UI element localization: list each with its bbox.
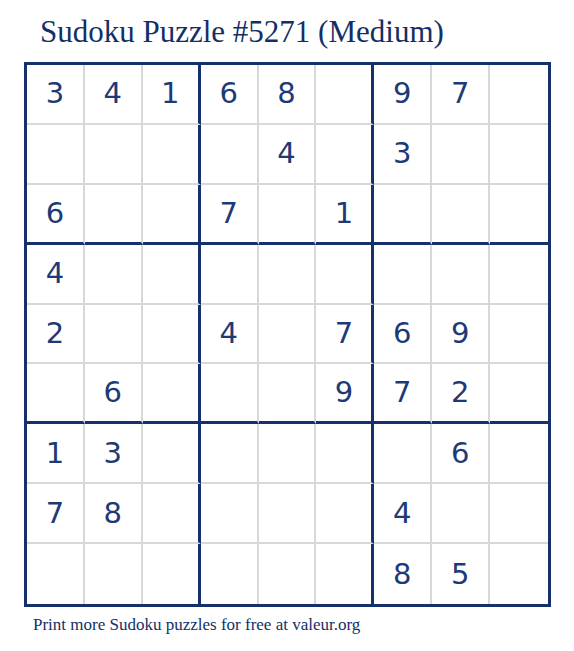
cell-r3c2 xyxy=(85,185,143,245)
cell-r5c8: 9 xyxy=(432,305,490,365)
cell-r2c4 xyxy=(201,125,259,185)
cell-r5c4: 4 xyxy=(201,305,259,365)
cell-r4c8 xyxy=(432,245,490,305)
cell-r7c8: 6 xyxy=(432,424,490,484)
cell-r7c1: 1 xyxy=(27,424,85,484)
cell-r4c7 xyxy=(374,245,432,305)
cell-r5c5 xyxy=(259,305,317,365)
cell-r6c5 xyxy=(259,364,317,424)
cell-r8c4 xyxy=(201,484,259,544)
footer-text: Print more Sudoku puzzles for free at va… xyxy=(33,615,360,635)
cell-r4c5 xyxy=(259,245,317,305)
cell-r9c8: 5 xyxy=(432,544,490,604)
cell-r9c1 xyxy=(27,544,85,604)
cell-r8c2: 8 xyxy=(85,484,143,544)
cell-r6c6: 9 xyxy=(316,364,374,424)
cell-r7c3 xyxy=(143,424,201,484)
cell-r6c8: 2 xyxy=(432,364,490,424)
sudoku-board: 341689743671424769697213678485 xyxy=(24,62,551,607)
cell-r2c1 xyxy=(27,125,85,185)
cell-r2c2 xyxy=(85,125,143,185)
cell-r7c9 xyxy=(490,424,548,484)
cell-r9c4 xyxy=(201,544,259,604)
cell-r3c6: 1 xyxy=(316,185,374,245)
cell-r7c6 xyxy=(316,424,374,484)
cell-r6c1 xyxy=(27,364,85,424)
cell-r9c5 xyxy=(259,544,317,604)
cell-r1c3: 1 xyxy=(143,65,201,125)
cell-r8c6 xyxy=(316,484,374,544)
cell-r7c4 xyxy=(201,424,259,484)
cell-r6c2: 6 xyxy=(85,364,143,424)
cell-r6c7: 7 xyxy=(374,364,432,424)
cell-r5c3 xyxy=(143,305,201,365)
page: Sudoku Puzzle #5271 (Medium) 34168974367… xyxy=(0,0,574,651)
cell-r3c3 xyxy=(143,185,201,245)
cell-r4c1: 4 xyxy=(27,245,85,305)
cell-r3c1: 6 xyxy=(27,185,85,245)
cell-r2c9 xyxy=(490,125,548,185)
cell-r9c6 xyxy=(316,544,374,604)
cell-r4c9 xyxy=(490,245,548,305)
cell-r2c7: 3 xyxy=(374,125,432,185)
cell-r5c7: 6 xyxy=(374,305,432,365)
cell-r1c6 xyxy=(316,65,374,125)
page-title: Sudoku Puzzle #5271 (Medium) xyxy=(40,14,444,50)
cell-r2c5: 4 xyxy=(259,125,317,185)
cell-r8c7: 4 xyxy=(374,484,432,544)
cell-r6c9 xyxy=(490,364,548,424)
cell-r4c4 xyxy=(201,245,259,305)
cell-r3c8 xyxy=(432,185,490,245)
cell-r4c2 xyxy=(85,245,143,305)
cell-r5c9 xyxy=(490,305,548,365)
cell-r8c8 xyxy=(432,484,490,544)
cell-r8c9 xyxy=(490,484,548,544)
cell-r4c3 xyxy=(143,245,201,305)
cell-r2c6 xyxy=(316,125,374,185)
cell-r9c9 xyxy=(490,544,548,604)
cell-r1c7: 9 xyxy=(374,65,432,125)
cell-r3c4: 7 xyxy=(201,185,259,245)
cell-r4c6 xyxy=(316,245,374,305)
cell-r8c3 xyxy=(143,484,201,544)
cell-r7c7 xyxy=(374,424,432,484)
cell-r5c1: 2 xyxy=(27,305,85,365)
cell-r7c5 xyxy=(259,424,317,484)
cell-r9c2 xyxy=(85,544,143,604)
cell-r6c3 xyxy=(143,364,201,424)
cell-r3c5 xyxy=(259,185,317,245)
cell-r6c4 xyxy=(201,364,259,424)
cell-r9c7: 8 xyxy=(374,544,432,604)
cell-r2c3 xyxy=(143,125,201,185)
cell-r3c7 xyxy=(374,185,432,245)
cell-r8c1: 7 xyxy=(27,484,85,544)
cell-r1c4: 6 xyxy=(201,65,259,125)
cell-r7c2: 3 xyxy=(85,424,143,484)
cell-r5c6: 7 xyxy=(316,305,374,365)
cell-r2c8 xyxy=(432,125,490,185)
cell-r1c5: 8 xyxy=(259,65,317,125)
cell-r8c5 xyxy=(259,484,317,544)
cell-r1c2: 4 xyxy=(85,65,143,125)
cell-r1c9 xyxy=(490,65,548,125)
cell-r1c8: 7 xyxy=(432,65,490,125)
cell-r5c2 xyxy=(85,305,143,365)
cell-r9c3 xyxy=(143,544,201,604)
cell-r1c1: 3 xyxy=(27,65,85,125)
cell-r3c9 xyxy=(490,185,548,245)
